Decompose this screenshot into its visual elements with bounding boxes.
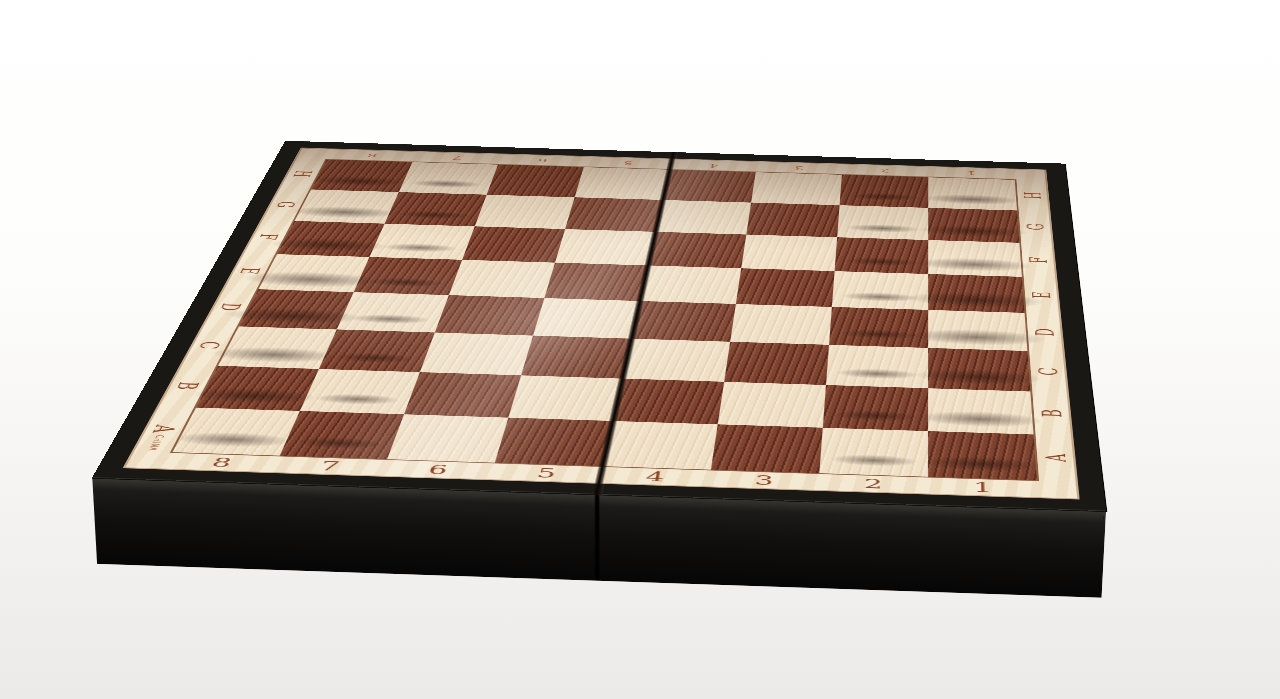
square-f4[interactable]	[648, 231, 746, 267]
square-d5[interactable]	[533, 298, 640, 339]
square-a5[interactable]	[495, 417, 613, 465]
photo-scene: CHINA 8877665544332211HHGGFFEEDDCCBBAA♜♟…	[0, 0, 1280, 699]
square-g5[interactable]	[565, 197, 663, 231]
square-d4[interactable]	[632, 301, 736, 342]
square-b4[interactable]	[613, 378, 724, 424]
square-h4[interactable]	[663, 169, 756, 202]
square-e5[interactable]	[544, 262, 648, 300]
square-b5[interactable]	[508, 375, 622, 421]
square-c4[interactable]	[623, 338, 731, 381]
square-e4[interactable]	[640, 265, 741, 304]
square-a4[interactable]	[603, 421, 718, 470]
piece-glyph: ♜	[881, 243, 1086, 471]
square-h5[interactable]	[575, 167, 670, 200]
piece-glyph: ♟	[265, 280, 418, 450]
chess-board: CHINA 8877665544332211HHGGFFEEDDCCBBAA♜♟…	[95, 141, 1104, 510]
